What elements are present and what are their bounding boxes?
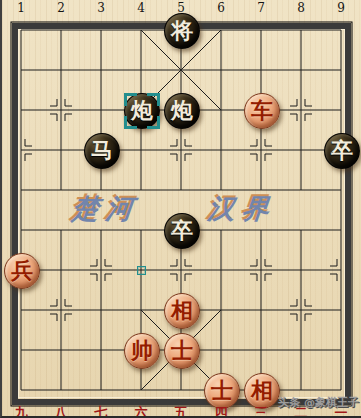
- piece-black-soldier[interactable]: 卒: [324, 133, 360, 169]
- point-1-3[interactable]: [1, 130, 41, 170]
- point-2-0[interactable]: [41, 10, 81, 50]
- file-label-bottom-3: 七: [81, 404, 121, 418]
- point-2-6[interactable]: [41, 250, 81, 290]
- point-9-8[interactable]: [321, 330, 361, 370]
- point-6-2[interactable]: [201, 90, 241, 130]
- point-3-3[interactable]: 马: [81, 130, 121, 170]
- point-6-5[interactable]: [201, 210, 241, 250]
- point-1-5[interactable]: [1, 210, 41, 250]
- point-6-6[interactable]: [201, 250, 241, 290]
- point-5-8[interactable]: 士: [161, 330, 201, 370]
- point-5-0[interactable]: 将: [161, 10, 201, 50]
- point-9-7[interactable]: [321, 290, 361, 330]
- piece-red-elephant[interactable]: 相: [164, 293, 200, 329]
- selection-marker-corner: [147, 93, 160, 106]
- point-7-2[interactable]: 车: [241, 90, 281, 130]
- point-7-8[interactable]: [241, 330, 281, 370]
- file-label-top-3: 3: [81, 1, 121, 15]
- point-6-3[interactable]: [201, 130, 241, 170]
- point-9-3[interactable]: 卒: [321, 130, 361, 170]
- point-6-7[interactable]: [201, 290, 241, 330]
- point-7-5[interactable]: [241, 210, 281, 250]
- point-4-4[interactable]: [121, 170, 161, 210]
- point-3-5[interactable]: [81, 210, 121, 250]
- point-9-5[interactable]: [321, 210, 361, 250]
- point-1-7[interactable]: [1, 290, 41, 330]
- piece-red-advisor[interactable]: 士: [164, 333, 200, 369]
- point-1-6[interactable]: 兵: [1, 250, 41, 290]
- point-8-1[interactable]: [281, 50, 321, 90]
- file-label-top-6: 6: [201, 1, 241, 15]
- point-5-1[interactable]: [161, 50, 201, 90]
- point-6-8[interactable]: [201, 330, 241, 370]
- point-3-7[interactable]: [81, 290, 121, 330]
- point-5-2[interactable]: 炮: [161, 90, 201, 130]
- point-8-2[interactable]: [281, 90, 321, 130]
- point-8-4[interactable]: [281, 170, 321, 210]
- point-1-4[interactable]: [1, 170, 41, 210]
- xiangqi-board-screen: 楚河 汉界 123456789 九八七六五四三二一 将炮炮车马卒卒兵相帅士士相 …: [0, 0, 361, 418]
- point-4-0[interactable]: [121, 10, 161, 50]
- point-5-3[interactable]: [161, 130, 201, 170]
- piece-red-soldier[interactable]: 兵: [4, 253, 40, 289]
- piece-black-cannon[interactable]: 炮: [164, 93, 200, 129]
- point-2-1[interactable]: [41, 50, 81, 90]
- piece-red-general[interactable]: 帅: [124, 333, 160, 369]
- point-4-8[interactable]: 帅: [121, 330, 161, 370]
- file-label-bottom-1: 九: [1, 404, 41, 418]
- file-label-top-9: 9: [321, 1, 361, 15]
- file-label-bottom-2: 八: [41, 404, 81, 418]
- point-2-2[interactable]: [41, 90, 81, 130]
- point-6-1[interactable]: [201, 50, 241, 90]
- point-4-3[interactable]: [121, 130, 161, 170]
- point-1-0[interactable]: [1, 10, 41, 50]
- selection-marker-corner: [124, 116, 137, 129]
- point-5-5[interactable]: 卒: [161, 210, 201, 250]
- file-label-top-4: 4: [121, 1, 161, 15]
- point-9-4[interactable]: [321, 170, 361, 210]
- point-4-7[interactable]: [121, 290, 161, 330]
- point-8-0[interactable]: [281, 10, 321, 50]
- watermark: 头条 @象棋王子: [278, 395, 359, 410]
- point-4-2[interactable]: 炮: [121, 90, 161, 130]
- selection-marker-corner: [124, 93, 137, 106]
- file-label-bottom-4: 六: [121, 404, 161, 418]
- point-7-1[interactable]: [241, 50, 281, 90]
- last-move-origin-marker: [137, 266, 146, 275]
- point-4-1[interactable]: [121, 50, 161, 90]
- point-5-7[interactable]: 相: [161, 290, 201, 330]
- point-8-8[interactable]: [281, 330, 321, 370]
- piece-red-chariot[interactable]: 车: [244, 93, 280, 129]
- point-7-3[interactable]: [241, 130, 281, 170]
- point-2-8[interactable]: [41, 330, 81, 370]
- point-3-6[interactable]: [81, 250, 121, 290]
- point-3-1[interactable]: [81, 50, 121, 90]
- point-3-8[interactable]: [81, 330, 121, 370]
- point-9-0[interactable]: [321, 10, 361, 50]
- file-label-top-7: 7: [241, 1, 281, 15]
- point-2-5[interactable]: [41, 210, 81, 250]
- board-grid: 将炮炮车马卒卒兵相帅士士相: [1, 10, 361, 410]
- point-4-6[interactable]: [121, 250, 161, 290]
- point-9-1[interactable]: [321, 50, 361, 90]
- piece-black-cannon[interactable]: 炮: [124, 93, 160, 129]
- point-8-7[interactable]: [281, 290, 321, 330]
- selection-marker-corner: [147, 116, 160, 129]
- point-3-0[interactable]: [81, 10, 121, 50]
- file-label-bottom-6: 四: [201, 404, 241, 418]
- point-5-4[interactable]: [161, 170, 201, 210]
- point-9-6[interactable]: [321, 250, 361, 290]
- piece-black-horse[interactable]: 马: [84, 133, 120, 169]
- piece-black-general[interactable]: 将: [164, 13, 200, 49]
- point-2-7[interactable]: [41, 290, 81, 330]
- point-3-4[interactable]: [81, 170, 121, 210]
- file-label-top-2: 2: [41, 1, 81, 15]
- point-4-5[interactable]: [121, 210, 161, 250]
- point-8-5[interactable]: [281, 210, 321, 250]
- point-6-4[interactable]: [201, 170, 241, 210]
- point-7-4[interactable]: [241, 170, 281, 210]
- point-5-6[interactable]: [161, 250, 201, 290]
- point-7-7[interactable]: [241, 290, 281, 330]
- point-6-0[interactable]: [201, 10, 241, 50]
- point-3-2[interactable]: [81, 90, 121, 130]
- file-label-top-1: 1: [1, 1, 41, 15]
- file-label-bottom-5: 五: [161, 404, 201, 418]
- file-label-bottom-7: 三: [241, 404, 281, 418]
- point-2-3[interactable]: [41, 130, 81, 170]
- point-1-2[interactable]: [1, 90, 41, 130]
- file-label-top-8: 8: [281, 1, 321, 15]
- point-8-6[interactable]: [281, 250, 321, 290]
- point-9-2[interactable]: [321, 90, 361, 130]
- file-label-top-5: 5: [161, 1, 201, 15]
- point-7-6[interactable]: [241, 250, 281, 290]
- piece-black-soldier[interactable]: 卒: [164, 213, 200, 249]
- point-8-3[interactable]: [281, 130, 321, 170]
- point-1-1[interactable]: [1, 50, 41, 90]
- point-1-8[interactable]: [1, 330, 41, 370]
- point-2-4[interactable]: [41, 170, 81, 210]
- point-7-0[interactable]: [241, 10, 281, 50]
